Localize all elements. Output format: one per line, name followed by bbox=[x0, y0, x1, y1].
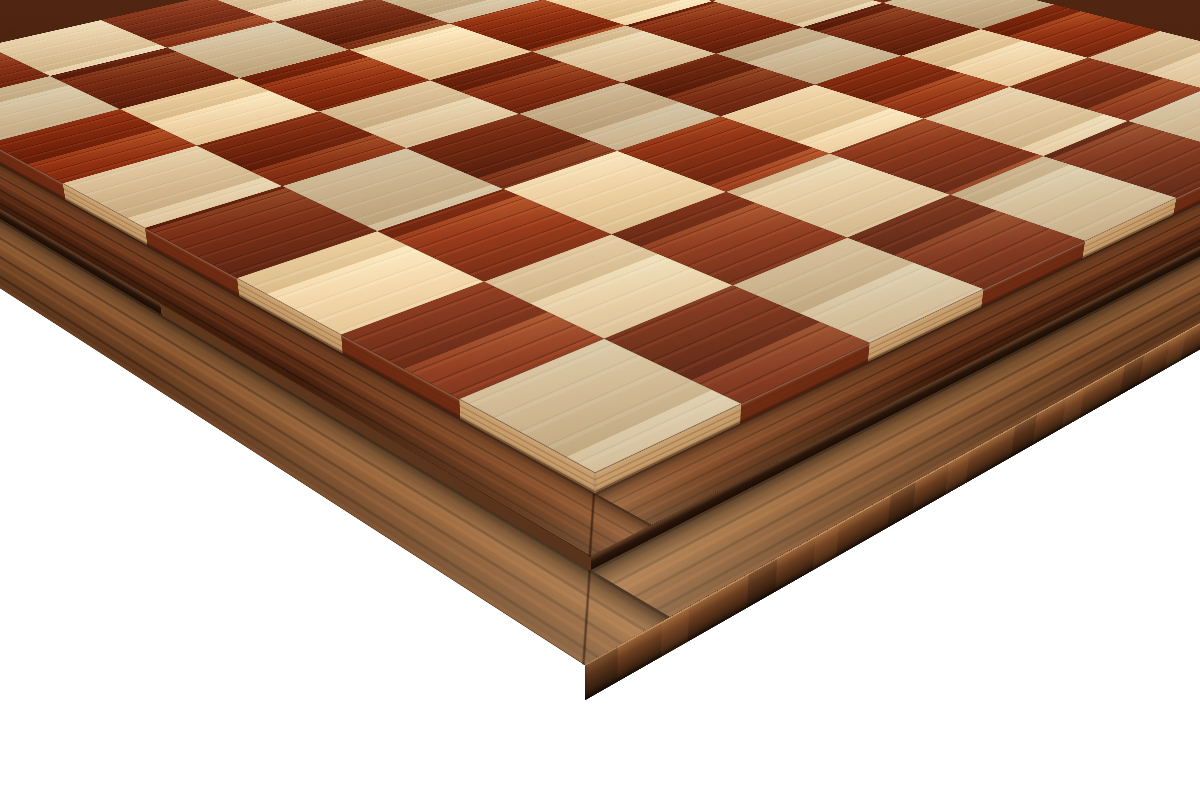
photo-background bbox=[0, 0, 1200, 800]
